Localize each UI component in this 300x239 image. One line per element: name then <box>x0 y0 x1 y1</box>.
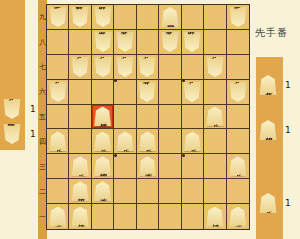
gote-piece[interactable]: 銀将 <box>94 156 112 176</box>
gote-piece[interactable]: 金将 <box>94 181 112 201</box>
hoshi-dot <box>182 79 185 82</box>
sente-piece[interactable]: 銀将 <box>183 32 201 52</box>
square-9-9[interactable]: 香車 <box>227 5 249 30</box>
square-4-6[interactable] <box>114 80 136 105</box>
sente-hand-slot: 飛車1 <box>3 124 21 144</box>
gote-piece[interactable]: 歩兵 <box>138 131 156 151</box>
gote-piece[interactable]: 歩兵 <box>71 156 89 176</box>
square-2-2[interactable]: 王将 <box>69 179 91 204</box>
square-3-8[interactable]: 玉将 <box>92 30 114 55</box>
gote-piece[interactable]: 桂馬 <box>94 106 112 126</box>
hand-piece-count: 1 <box>285 198 291 208</box>
gote-piece[interactable]: 香車 <box>49 207 67 227</box>
sente-piece[interactable]: 歩兵 <box>138 57 156 77</box>
sente-piece[interactable]: 歩兵 <box>94 57 112 77</box>
square-5-6[interactable]: 角行 <box>137 80 159 105</box>
sente-hand: 歩兵1飛車1 <box>3 99 33 144</box>
square-6-5[interactable] <box>159 105 181 130</box>
hoshi-dot <box>114 79 117 82</box>
square-3-3[interactable]: 銀将 <box>92 154 114 179</box>
sente-piece[interactable]: 玉将 <box>94 32 112 52</box>
square-6-2[interactable] <box>159 179 181 204</box>
gote-hand-slot: 角行1 <box>259 75 277 95</box>
gote-hand-piece[interactable]: 銀将 <box>259 120 277 140</box>
square-9-1[interactable]: 香車 <box>227 204 249 229</box>
square-9-7[interactable] <box>227 55 249 80</box>
square-7-1[interactable] <box>182 204 204 229</box>
square-5-4[interactable]: 歩兵 <box>137 129 159 154</box>
square-4-2[interactable] <box>114 179 136 204</box>
square-5-1[interactable] <box>137 204 159 229</box>
square-7-3[interactable] <box>182 154 204 179</box>
square-7-8[interactable]: 銀将 <box>182 30 204 55</box>
sente-piece[interactable]: 金将 <box>116 32 134 52</box>
square-5-3[interactable]: 金将 <box>137 154 159 179</box>
square-9-5[interactable] <box>227 105 249 130</box>
sente-piece[interactable]: 香車 <box>49 7 67 27</box>
square-2-1[interactable]: 桂馬 <box>69 204 91 229</box>
square-7-7[interactable] <box>182 55 204 80</box>
square-9-3[interactable]: 歩兵 <box>227 154 249 179</box>
gote-piece[interactable]: 桂馬 <box>206 207 224 227</box>
square-4-9[interactable] <box>114 5 136 30</box>
square-7-9[interactable] <box>182 5 204 30</box>
square-8-9[interactable] <box>204 5 226 30</box>
square-3-1[interactable] <box>92 204 114 229</box>
hand-piece-count: 1 <box>285 125 291 135</box>
sente-piece[interactable]: 歩兵 <box>116 57 134 77</box>
square-8-1[interactable]: 桂馬 <box>204 204 226 229</box>
sente-piece[interactable]: 歩兵 <box>49 82 67 102</box>
gote-piece[interactable]: 歩兵 <box>49 131 67 151</box>
sente-piece[interactable]: 角行 <box>138 82 156 102</box>
square-5-8[interactable] <box>137 30 159 55</box>
square-1-1[interactable]: 香車 <box>47 204 69 229</box>
square-6-7[interactable] <box>159 55 181 80</box>
square-1-2[interactable] <box>47 179 69 204</box>
gote-piece[interactable]: 歩兵 <box>116 131 134 151</box>
square-2-4[interactable] <box>69 129 91 154</box>
gote-piece[interactable]: 王将 <box>71 181 89 201</box>
sente-piece[interactable]: 桂馬 <box>71 7 89 27</box>
square-7-5[interactable] <box>182 105 204 130</box>
square-2-9[interactable]: 桂馬 <box>69 5 91 30</box>
sente-piece[interactable]: 歩兵 <box>229 82 247 102</box>
board: 香車桂馬銀将飛車香車玉将金将金将銀将歩兵歩兵歩兵歩兵歩兵歩兵角行歩兵歩兵桂馬歩兵… <box>46 4 250 230</box>
square-6-6[interactable] <box>159 80 181 105</box>
sente-piece[interactable]: 金将 <box>161 32 179 52</box>
square-8-4[interactable] <box>204 129 226 154</box>
sente-piece[interactable]: 香車 <box>229 7 247 27</box>
sente-piece[interactable]: 歩兵 <box>71 57 89 77</box>
square-6-3[interactable] <box>159 154 181 179</box>
hand-piece-count: 1 <box>285 80 291 90</box>
square-1-6[interactable]: 歩兵 <box>47 80 69 105</box>
square-1-5[interactable] <box>47 105 69 130</box>
turn-indicator: 先手番 <box>255 26 288 40</box>
square-1-3[interactable] <box>47 154 69 179</box>
square-7-2[interactable] <box>182 179 204 204</box>
square-1-4[interactable]: 歩兵 <box>47 129 69 154</box>
square-6-8[interactable]: 金将 <box>159 30 181 55</box>
square-2-6[interactable] <box>69 80 91 105</box>
gote-piece[interactable]: 桂馬 <box>71 207 89 227</box>
square-6-9[interactable]: 飛車 <box>159 5 181 30</box>
square-2-8[interactable] <box>69 30 91 55</box>
gote-hand-piece[interactable]: 歩兵 <box>259 193 277 213</box>
square-3-2[interactable]: 金将 <box>92 179 114 204</box>
square-8-7[interactable]: 歩兵 <box>204 55 226 80</box>
hand-piece-count: 1 <box>30 104 36 114</box>
sente-hand-slot: 歩兵1 <box>3 99 21 119</box>
square-1-7[interactable] <box>47 55 69 80</box>
square-9-6[interactable]: 歩兵 <box>227 80 249 105</box>
square-1-8[interactable] <box>47 30 69 55</box>
gote-hand-slot: 歩兵1 <box>259 193 277 213</box>
square-4-5[interactable] <box>114 105 136 130</box>
hand-piece-count: 1 <box>30 129 36 139</box>
sente-piece[interactable]: 歩兵 <box>183 82 201 102</box>
square-2-5[interactable] <box>69 105 91 130</box>
gote-piece[interactable]: 歩兵 <box>183 131 201 151</box>
gote-piece[interactable]: 飛車 <box>161 7 179 27</box>
gote-hand-piece[interactable]: 角行 <box>259 75 277 95</box>
shogi-app: 九八七六五四三二一 香車桂馬銀将飛車香車玉将金将金将銀将歩兵歩兵歩兵歩兵歩兵歩兵… <box>0 0 300 239</box>
gote-hand: 角行1銀将1歩兵1 <box>259 75 293 213</box>
square-3-6[interactable] <box>92 80 114 105</box>
sente-piece[interactable]: 歩兵 <box>206 57 224 77</box>
square-8-5[interactable]: 歩兵 <box>204 105 226 130</box>
square-7-6[interactable]: 歩兵 <box>182 80 204 105</box>
square-4-7[interactable]: 歩兵 <box>114 55 136 80</box>
gote-piece[interactable]: 歩兵 <box>206 106 224 126</box>
gote-piece[interactable]: 歩兵 <box>94 131 112 151</box>
square-1-9[interactable]: 香車 <box>47 5 69 30</box>
square-3-7[interactable]: 歩兵 <box>92 55 114 80</box>
square-6-1[interactable] <box>159 204 181 229</box>
square-2-3[interactable]: 歩兵 <box>69 154 91 179</box>
gote-piece[interactable]: 香車 <box>229 207 247 227</box>
square-4-8[interactable]: 金将 <box>114 30 136 55</box>
square-9-8[interactable] <box>227 30 249 55</box>
gote-hand-slot: 銀将1 <box>259 120 277 140</box>
square-9-4[interactable] <box>227 129 249 154</box>
sente-hand-piece[interactable]: 飛車 <box>3 124 21 144</box>
hoshi-dot <box>114 154 117 157</box>
gote-piece[interactable]: 歩兵 <box>229 156 247 176</box>
square-2-7[interactable]: 歩兵 <box>69 55 91 80</box>
square-4-1[interactable] <box>114 204 136 229</box>
square-5-7[interactable]: 歩兵 <box>137 55 159 80</box>
square-4-4[interactable]: 歩兵 <box>114 129 136 154</box>
square-3-4[interactable]: 歩兵 <box>92 129 114 154</box>
square-9-2[interactable] <box>227 179 249 204</box>
square-7-4[interactable]: 歩兵 <box>182 129 204 154</box>
square-4-3[interactable] <box>114 154 136 179</box>
hoshi-dot <box>182 154 185 157</box>
square-3-5[interactable]: 桂馬 <box>92 105 114 130</box>
gote-piece[interactable]: 金将 <box>138 156 156 176</box>
square-5-9[interactable] <box>137 5 159 30</box>
sente-hand-piece[interactable]: 歩兵 <box>3 99 21 119</box>
square-5-5[interactable] <box>137 105 159 130</box>
square-8-8[interactable] <box>204 30 226 55</box>
square-5-2[interactable] <box>137 179 159 204</box>
square-6-4[interactable] <box>159 129 181 154</box>
square-3-9[interactable]: 銀将 <box>92 5 114 30</box>
square-8-3[interactable] <box>204 154 226 179</box>
square-8-2[interactable] <box>204 179 226 204</box>
square-8-6[interactable] <box>204 80 226 105</box>
sente-piece[interactable]: 銀将 <box>94 7 112 27</box>
